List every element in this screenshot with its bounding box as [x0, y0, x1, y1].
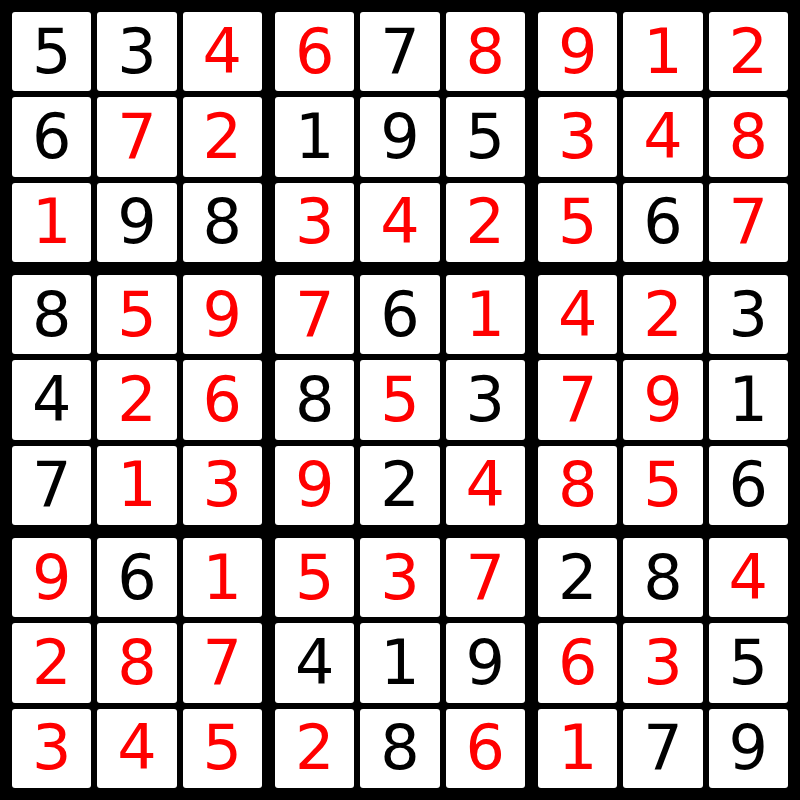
cell-r2c4[interactable]: 1 [275, 97, 354, 176]
cell-r5c8[interactable]: 9 [623, 360, 702, 439]
cell-r1c2[interactable]: 3 [97, 12, 176, 91]
cell-r9c1[interactable]: 3 [12, 709, 91, 788]
cell-r6c9[interactable]: 6 [709, 446, 788, 525]
cell-r2c6[interactable]: 5 [446, 97, 525, 176]
cell-r8c7[interactable]: 6 [538, 623, 617, 702]
cell-r4c3[interactable]: 9 [183, 275, 262, 354]
box-2-3: 423791856 [538, 275, 788, 525]
cell-r8c9[interactable]: 5 [709, 623, 788, 702]
cell-r5c9[interactable]: 1 [709, 360, 788, 439]
cell-r7c5[interactable]: 3 [360, 538, 439, 617]
cell-r6c5[interactable]: 2 [360, 446, 439, 525]
cell-r6c8[interactable]: 5 [623, 446, 702, 525]
cell-r7c7[interactable]: 2 [538, 538, 617, 617]
cell-r7c9[interactable]: 4 [709, 538, 788, 617]
cell-r2c8[interactable]: 4 [623, 97, 702, 176]
cell-r8c8[interactable]: 3 [623, 623, 702, 702]
cell-r9c7[interactable]: 1 [538, 709, 617, 788]
box-3-2: 537419286 [275, 538, 525, 788]
cell-r5c4[interactable]: 8 [275, 360, 354, 439]
cell-r9c3[interactable]: 5 [183, 709, 262, 788]
cell-r5c5[interactable]: 5 [360, 360, 439, 439]
cell-r5c1[interactable]: 4 [12, 360, 91, 439]
cell-r8c5[interactable]: 1 [360, 623, 439, 702]
box-2-2: 761853924 [275, 275, 525, 525]
cell-r4c9[interactable]: 3 [709, 275, 788, 354]
sudoku-board: 5346721986781953429123485678594267137618… [0, 0, 800, 800]
cell-r1c7[interactable]: 9 [538, 12, 617, 91]
cell-r2c9[interactable]: 8 [709, 97, 788, 176]
cell-r6c7[interactable]: 8 [538, 446, 617, 525]
cell-r7c2[interactable]: 6 [97, 538, 176, 617]
cell-r3c2[interactable]: 9 [97, 183, 176, 262]
cell-r1c5[interactable]: 7 [360, 12, 439, 91]
cell-r3c7[interactable]: 5 [538, 183, 617, 262]
box-1-1: 534672198 [12, 12, 262, 262]
cell-r4c8[interactable]: 2 [623, 275, 702, 354]
cell-r8c4[interactable]: 4 [275, 623, 354, 702]
cell-r6c1[interactable]: 7 [12, 446, 91, 525]
cell-r9c2[interactable]: 4 [97, 709, 176, 788]
cell-r1c4[interactable]: 6 [275, 12, 354, 91]
box-1-2: 678195342 [275, 12, 525, 262]
cell-r2c1[interactable]: 6 [12, 97, 91, 176]
cell-r3c9[interactable]: 7 [709, 183, 788, 262]
cell-r3c5[interactable]: 4 [360, 183, 439, 262]
box-3-3: 284635179 [538, 538, 788, 788]
cell-r5c6[interactable]: 3 [446, 360, 525, 439]
cell-r5c7[interactable]: 7 [538, 360, 617, 439]
cell-r7c3[interactable]: 1 [183, 538, 262, 617]
cell-r4c5[interactable]: 6 [360, 275, 439, 354]
cell-r4c1[interactable]: 8 [12, 275, 91, 354]
cell-r2c2[interactable]: 7 [97, 97, 176, 176]
cell-r2c5[interactable]: 9 [360, 97, 439, 176]
cell-r3c4[interactable]: 3 [275, 183, 354, 262]
cell-r8c3[interactable]: 7 [183, 623, 262, 702]
box-2-1: 859426713 [12, 275, 262, 525]
cell-r9c6[interactable]: 6 [446, 709, 525, 788]
cell-r3c1[interactable]: 1 [12, 183, 91, 262]
cell-r8c2[interactable]: 8 [97, 623, 176, 702]
box-3-1: 961287345 [12, 538, 262, 788]
cell-r9c4[interactable]: 2 [275, 709, 354, 788]
cell-r1c3[interactable]: 4 [183, 12, 262, 91]
cell-r1c8[interactable]: 1 [623, 12, 702, 91]
cell-r3c3[interactable]: 8 [183, 183, 262, 262]
cell-r4c6[interactable]: 1 [446, 275, 525, 354]
box-1-3: 912348567 [538, 12, 788, 262]
cell-r6c3[interactable]: 3 [183, 446, 262, 525]
cell-r1c9[interactable]: 2 [709, 12, 788, 91]
cell-r6c6[interactable]: 4 [446, 446, 525, 525]
cell-r4c4[interactable]: 7 [275, 275, 354, 354]
cell-r4c7[interactable]: 4 [538, 275, 617, 354]
cell-r5c3[interactable]: 6 [183, 360, 262, 439]
cell-r2c3[interactable]: 2 [183, 97, 262, 176]
cell-r7c6[interactable]: 7 [446, 538, 525, 617]
cell-r9c9[interactable]: 9 [709, 709, 788, 788]
cell-r7c1[interactable]: 9 [12, 538, 91, 617]
cell-r6c2[interactable]: 1 [97, 446, 176, 525]
cell-r3c6[interactable]: 2 [446, 183, 525, 262]
cell-r5c2[interactable]: 2 [97, 360, 176, 439]
cell-r7c4[interactable]: 5 [275, 538, 354, 617]
cell-r9c5[interactable]: 8 [360, 709, 439, 788]
cell-r1c1[interactable]: 5 [12, 12, 91, 91]
cell-r2c7[interactable]: 3 [538, 97, 617, 176]
cell-r3c8[interactable]: 6 [623, 183, 702, 262]
cell-r8c1[interactable]: 2 [12, 623, 91, 702]
cell-r8c6[interactable]: 9 [446, 623, 525, 702]
cell-r9c8[interactable]: 7 [623, 709, 702, 788]
cell-r1c6[interactable]: 8 [446, 12, 525, 91]
cell-r7c8[interactable]: 8 [623, 538, 702, 617]
cell-r6c4[interactable]: 9 [275, 446, 354, 525]
cell-r4c2[interactable]: 5 [97, 275, 176, 354]
